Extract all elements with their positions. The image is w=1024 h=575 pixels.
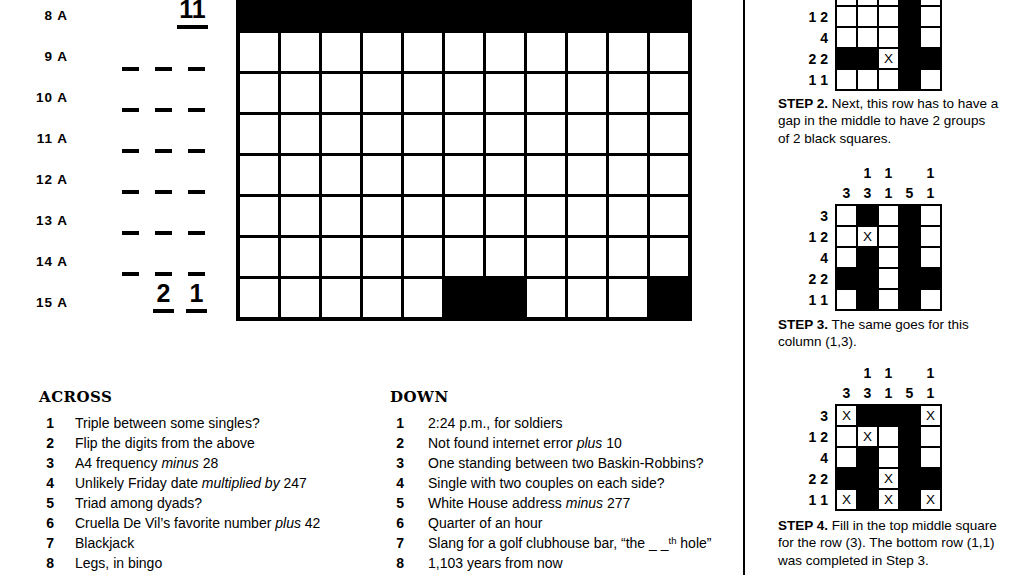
grid-cell[interactable]	[240, 33, 278, 71]
clue-text: Cruella De Vil’s favorite number plus 42	[75, 514, 320, 534]
tutorial-cell	[879, 206, 898, 225]
grid-cell-black	[527, 0, 565, 30]
grid-cell[interactable]	[363, 197, 401, 235]
clue-text: One standing between two Baskin-Robbins?	[428, 454, 704, 474]
tutorial-cell-black	[900, 49, 919, 68]
clue-text: 2:24 p.m., for soldiers	[428, 414, 563, 434]
clue-text: 1,103 years from now	[428, 554, 563, 574]
clue-number: 2	[386, 434, 404, 454]
clue-number: 4	[36, 474, 54, 494]
tutorial-cell	[837, 427, 856, 446]
grid-cell-black	[281, 0, 319, 30]
grid-cell[interactable]	[486, 197, 524, 235]
answer-blank[interactable]	[155, 67, 172, 71]
tutorial-cell	[837, 70, 856, 89]
grid-cell[interactable]	[322, 33, 360, 71]
tutorial-cell-black	[858, 490, 877, 509]
clue-text: Legs, in bingo	[75, 554, 162, 574]
grid-cell[interactable]	[568, 115, 606, 153]
column-clue-number	[837, 364, 856, 382]
grid-cell[interactable]	[281, 33, 319, 71]
column-clue-number: 1	[858, 164, 877, 182]
answer-number: 2	[146, 280, 181, 307]
row-label: 15 A	[24, 295, 68, 310]
column-clue-number: 3	[858, 184, 877, 202]
answer-blank[interactable]	[188, 272, 205, 276]
grid-cell[interactable]	[404, 279, 442, 317]
row-label: 9 A	[24, 49, 68, 64]
column-clues: 33151	[835, 184, 942, 202]
tutorial-cell	[879, 248, 898, 267]
grid-cell[interactable]	[527, 33, 565, 71]
grid-cell[interactable]	[650, 74, 688, 112]
puzzle-page: 8 A119 A10 A11 A12 A13 A14 A15 A21 ACROS…	[0, 0, 1024, 575]
column-clue-number: 1	[921, 384, 940, 402]
tutorial-cell-black	[921, 469, 940, 488]
grid-cell[interactable]	[281, 197, 319, 235]
answer-blank[interactable]	[188, 67, 205, 71]
clue-number: 7	[386, 534, 404, 554]
answer-blank[interactable]	[188, 190, 205, 194]
column-clue-number: 1	[921, 184, 940, 202]
column-clue-number: 5	[900, 184, 919, 202]
grid-cell[interactable]	[363, 156, 401, 194]
tutorial-cell	[921, 227, 940, 246]
grid-cell[interactable]	[527, 279, 565, 317]
tutorial-cell-black	[837, 469, 856, 488]
grid-cell[interactable]	[568, 279, 606, 317]
tutorial-cell-x: X	[837, 406, 856, 425]
clue-text: Not found internet error plus 10	[428, 434, 622, 454]
grid-cell[interactable]	[281, 279, 319, 317]
tutorial-cell-black	[900, 269, 919, 288]
tutorial-cell-x: X	[879, 49, 898, 68]
grid-cell-black	[486, 0, 524, 30]
grid-cell-black	[404, 0, 442, 30]
tutorial-cell-black	[900, 427, 919, 446]
row-clue-number: 1 1	[754, 492, 828, 508]
column-clue-number: 1	[921, 364, 940, 382]
tutorial-cell-black	[858, 290, 877, 309]
step-caption: STEP 3. The same goes for this column (1…	[778, 316, 1018, 351]
grid-cell[interactable]	[568, 74, 606, 112]
clue-number: 8	[36, 554, 54, 574]
grid-cell[interactable]	[445, 115, 483, 153]
answer-blank[interactable]	[188, 108, 205, 112]
clue-number: 3	[386, 454, 404, 474]
grid-cell[interactable]	[281, 156, 319, 194]
grid-cell-black	[486, 279, 524, 317]
grid-cell[interactable]	[527, 74, 565, 112]
tutorial-cell-black	[900, 469, 919, 488]
row-clue-number: 1 2	[754, 229, 828, 245]
tutorial-cell-black	[921, 269, 940, 288]
tutorial-cell	[858, 28, 877, 47]
tutorial-cell	[879, 70, 898, 89]
grid-cell[interactable]	[322, 197, 360, 235]
tutorial-cell	[837, 28, 856, 47]
row-clue-number: 2 2	[754, 271, 828, 287]
row-label: 12 A	[24, 172, 68, 187]
clue-text: Unlikely Friday date multiplied by 247	[75, 474, 307, 494]
answer-number: 11	[170, 0, 215, 23]
column-clue-number	[900, 164, 919, 182]
grid-cell[interactable]	[609, 74, 647, 112]
grid-cell[interactable]	[363, 115, 401, 153]
grid-cell[interactable]	[609, 197, 647, 235]
grid-cell[interactable]	[650, 33, 688, 71]
clue-number: 4	[386, 474, 404, 494]
answer-blank[interactable]	[122, 190, 139, 194]
tutorial-cell	[921, 248, 940, 267]
grid-cell[interactable]	[445, 74, 483, 112]
clue-number: 1	[36, 414, 54, 434]
grid-cell-black	[445, 279, 483, 317]
tutorial-cell-black	[900, 248, 919, 267]
grid-cell[interactable]	[609, 156, 647, 194]
tutorial-cell	[879, 28, 898, 47]
grid-cell[interactable]	[486, 33, 524, 71]
grid-cell[interactable]	[650, 156, 688, 194]
column-clue-number: 5	[900, 384, 919, 402]
grid-cell[interactable]	[363, 74, 401, 112]
tutorial-cell	[837, 227, 856, 246]
tutorial-cell-x: X	[837, 490, 856, 509]
tutorial-cell	[921, 290, 940, 309]
tutorial-cell-black	[900, 290, 919, 309]
column-clue-number: 1	[879, 184, 898, 202]
tutorial-cell	[837, 248, 856, 267]
tutorial-cell	[858, 0, 877, 5]
across-heading: ACROSS	[39, 388, 112, 406]
grid-cell[interactable]	[609, 238, 647, 276]
grid-cell[interactable]	[527, 197, 565, 235]
tutorial-cell	[858, 70, 877, 89]
column-clue-number: 1	[921, 164, 940, 182]
grid-cell[interactable]	[445, 156, 483, 194]
grid-cell[interactable]	[240, 238, 278, 276]
answer-blank[interactable]	[188, 231, 205, 235]
row-clue-number: 3	[754, 408, 828, 424]
column-clues: 111	[835, 364, 942, 382]
step-caption: STEP 4. Fill in the top middle square fo…	[778, 517, 1018, 569]
grid-cell[interactable]	[486, 156, 524, 194]
grid-cell[interactable]	[568, 238, 606, 276]
tutorial-cell	[921, 0, 940, 5]
grid-cell-black	[650, 279, 688, 317]
grid-cell[interactable]	[363, 279, 401, 317]
tutorial-cell	[921, 206, 940, 225]
grid-cell[interactable]	[568, 197, 606, 235]
down-heading: DOWN	[390, 388, 449, 406]
answer-blank[interactable]	[155, 231, 172, 235]
grid-cell[interactable]	[486, 74, 524, 112]
tutorial-cell	[837, 7, 856, 26]
tutorial-cell	[921, 28, 940, 47]
grid-cell[interactable]	[568, 156, 606, 194]
grid-cell[interactable]	[404, 115, 442, 153]
grid-cell[interactable]	[363, 33, 401, 71]
tutorial-cell	[921, 70, 940, 89]
clue-number: 7	[36, 534, 54, 554]
tutorial-cell-black	[858, 248, 877, 267]
tutorial-cell-black	[837, 49, 856, 68]
grid-cell[interactable]	[609, 33, 647, 71]
tutorial-cell-black	[900, 0, 919, 5]
clue-number: 2	[36, 434, 54, 454]
tutorial-cell-x: X	[879, 469, 898, 488]
answer-blank[interactable]	[155, 149, 172, 153]
tutorial-cell-black	[858, 269, 877, 288]
grid-cell[interactable]	[281, 74, 319, 112]
grid-cell[interactable]	[240, 156, 278, 194]
tutorial-cell-black	[900, 406, 919, 425]
grid-cell[interactable]	[240, 115, 278, 153]
clue-text: Blackjack	[75, 534, 134, 554]
row-clue-number: 1 1	[754, 72, 828, 88]
grid-cell[interactable]	[322, 74, 360, 112]
tutorial-cell-black	[900, 28, 919, 47]
grid-cell[interactable]	[281, 238, 319, 276]
grid-cell-black	[609, 0, 647, 30]
tutorial-cell-black	[900, 206, 919, 225]
grid-cell[interactable]	[609, 279, 647, 317]
grid-cell-black	[363, 0, 401, 30]
grid-cell[interactable]	[404, 74, 442, 112]
step-caption: STEP 2. Next, this row has to have a gap…	[778, 95, 1018, 147]
tutorial-cell-black	[900, 490, 919, 509]
clue-text: White House address minus 277	[428, 494, 630, 514]
grid-cell[interactable]	[240, 197, 278, 235]
row-clue-number: 4	[754, 30, 828, 46]
tutorial-cell	[879, 0, 898, 5]
tutorial-cell	[879, 269, 898, 288]
answer-blank[interactable]	[188, 149, 205, 153]
row-clue-number: 3	[754, 208, 828, 224]
grid-cell[interactable]	[363, 238, 401, 276]
tutorial-cell	[858, 7, 877, 26]
grid-cell[interactable]	[445, 197, 483, 235]
grid-cell[interactable]	[281, 115, 319, 153]
row-clue-number: 2 2	[754, 51, 828, 67]
grid-cell[interactable]	[322, 156, 360, 194]
answer-blank[interactable]	[155, 108, 172, 112]
grid-cell[interactable]	[404, 33, 442, 71]
clue-number: 3	[36, 454, 54, 474]
row-label: 8 A	[24, 8, 68, 23]
column-clue-number: 3	[858, 384, 877, 402]
row-label: 14 A	[24, 254, 68, 269]
tutorial-cell	[879, 7, 898, 26]
answer-underline[interactable]	[177, 25, 208, 29]
tutorial-cell-x: X	[858, 227, 877, 246]
clue-text: Quarter of an hour	[428, 514, 542, 534]
column-clue-number: 1	[879, 384, 898, 402]
grid-cell-black	[568, 0, 606, 30]
tutorial-cell-black	[900, 227, 919, 246]
clue-text: Slang for a golf clubhouse bar, “the _ _…	[428, 534, 711, 554]
grid-cell[interactable]	[609, 115, 647, 153]
clue-text: A4 frequency minus 28	[75, 454, 218, 474]
clue-text: Triple between some singles?	[75, 414, 260, 434]
tutorial-cell-x: X	[921, 490, 940, 509]
tutorial-cell	[837, 206, 856, 225]
answer-blank[interactable]	[122, 108, 139, 112]
tutorial-cell	[879, 290, 898, 309]
grid-cell[interactable]	[404, 197, 442, 235]
row-clue-number: 1 2	[754, 9, 828, 25]
tutorial-cell	[879, 448, 898, 467]
clue-number: 1	[386, 414, 404, 434]
grid-cell[interactable]	[650, 115, 688, 153]
clue-number: 5	[386, 494, 404, 514]
answer-blank[interactable]	[122, 149, 139, 153]
answer-blank[interactable]	[155, 190, 172, 194]
grid-cell[interactable]	[404, 156, 442, 194]
answer-blank[interactable]	[155, 272, 172, 276]
row-label: 11 A	[24, 131, 68, 146]
tutorial-cell-black	[858, 406, 877, 425]
grid-cell-black	[650, 0, 688, 30]
row-clue-number: 2 2	[754, 471, 828, 487]
tutorial-grid: XXXXXXX	[835, 404, 942, 511]
tutorial-cell	[837, 0, 856, 5]
answer-blank[interactable]	[122, 231, 139, 235]
grid-cell[interactable]	[240, 279, 278, 317]
answer-blank[interactable]	[122, 67, 139, 71]
tutorial-cell-x: X	[858, 427, 877, 446]
tutorial-cell	[879, 227, 898, 246]
grid-cell[interactable]	[568, 33, 606, 71]
column-clue-number	[837, 164, 856, 182]
column-clue-number: 1	[879, 364, 898, 382]
tutorial-cell-black	[900, 448, 919, 467]
column-clue-number: 3	[837, 184, 856, 202]
tutorial-grid: X	[835, 204, 942, 311]
clue-text: Single with two couples on each side?	[428, 474, 665, 494]
column-clue-number: 1	[858, 364, 877, 382]
grid-cell[interactable]	[322, 279, 360, 317]
tutorial-cell-black	[858, 49, 877, 68]
grid-cell-black	[240, 0, 278, 30]
tutorial-cell	[837, 290, 856, 309]
tutorial-cell-black	[858, 469, 877, 488]
grid-cell[interactable]	[240, 74, 278, 112]
grid-cell[interactable]	[650, 197, 688, 235]
tutorial-cell-black	[858, 206, 877, 225]
row-clue-number: 4	[754, 450, 828, 466]
row-label: 10 A	[24, 90, 68, 105]
column-clue-number: 3	[837, 384, 856, 402]
grid-cell-black	[322, 0, 360, 30]
answer-number: 1	[179, 280, 214, 307]
clue-text: Triad among dyads?	[75, 494, 202, 514]
row-clue-number: 1 1	[754, 292, 828, 308]
answer-blank[interactable]	[122, 272, 139, 276]
column-clue-number	[900, 364, 919, 382]
tutorial-cell-black	[879, 406, 898, 425]
clue-number: 8	[386, 554, 404, 574]
clue-number: 6	[386, 514, 404, 534]
grid-cell[interactable]	[404, 238, 442, 276]
tutorial-grid: X	[835, 0, 942, 91]
column-clues: 111	[835, 164, 942, 182]
grid-cell[interactable]	[445, 238, 483, 276]
column-clue-number: 1	[879, 164, 898, 182]
tutorial-cell	[837, 448, 856, 467]
grid-cell[interactable]	[527, 115, 565, 153]
grid-cell[interactable]	[486, 115, 524, 153]
grid-cell[interactable]	[486, 238, 524, 276]
grid-cell[interactable]	[527, 156, 565, 194]
grid-cell[interactable]	[650, 238, 688, 276]
grid-cell-black	[445, 0, 483, 30]
row-clue-number: 1 2	[754, 429, 828, 445]
column-clues: 33151	[835, 384, 942, 402]
tutorial-cell	[921, 427, 940, 446]
tutorial-cell-x: X	[921, 406, 940, 425]
grid-cell[interactable]	[322, 115, 360, 153]
grid-cell[interactable]	[322, 238, 360, 276]
tutorial-cell	[921, 448, 940, 467]
clue-text: Flip the digits from the above	[75, 434, 255, 454]
answer-underline[interactable]	[153, 309, 174, 313]
grid-cell[interactable]	[527, 238, 565, 276]
clue-number: 6	[36, 514, 54, 534]
row-clue-number: 4	[754, 250, 828, 266]
grid-cell[interactable]	[445, 33, 483, 71]
main-nonogram-grid[interactable]	[236, 0, 692, 321]
tutorial-cell-black	[921, 49, 940, 68]
tutorial-cell-black	[837, 269, 856, 288]
row-label: 13 A	[24, 213, 68, 228]
tutorial-cell-black	[900, 70, 919, 89]
clue-number: 5	[36, 494, 54, 514]
tutorial-cell-black	[858, 448, 877, 467]
answer-underline[interactable]	[186, 309, 207, 313]
tutorial-cell	[879, 427, 898, 446]
tutorial-cell-x: X	[879, 490, 898, 509]
panel-divider	[743, 0, 745, 575]
tutorial-cell-black	[900, 7, 919, 26]
tutorial-cell	[921, 7, 940, 26]
